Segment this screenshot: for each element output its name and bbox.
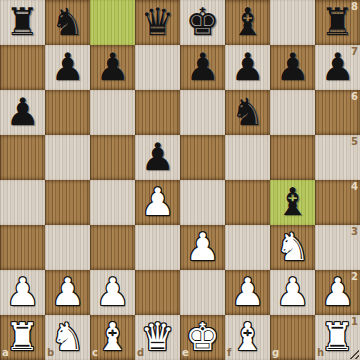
square-a2[interactable]: ♟ [0, 270, 45, 315]
black-queen-d8[interactable]: ♛ [135, 0, 180, 45]
square-c2[interactable]: ♟ [90, 270, 135, 315]
square-h5[interactable]: 5 [315, 135, 360, 180]
square-c8[interactable] [90, 0, 135, 45]
white-pawn-f2[interactable]: ♟ [225, 270, 270, 315]
file-label-f: f [227, 348, 231, 358]
file-label-c: c [92, 348, 98, 358]
white-pawn-e3[interactable]: ♟ [180, 225, 225, 270]
black-bishop-g4[interactable]: ♝ [270, 180, 315, 225]
rank-label-1: 1 [351, 317, 358, 327]
black-pawn-c7[interactable]: ♟ [90, 45, 135, 90]
file-label-g: g [272, 348, 279, 358]
square-a7[interactable] [0, 45, 45, 90]
square-h8[interactable]: ♜8 [315, 0, 360, 45]
file-label-a: a [2, 348, 9, 358]
square-h3[interactable]: 3 [315, 225, 360, 270]
square-f2[interactable]: ♟ [225, 270, 270, 315]
white-pawn-d4[interactable]: ♟ [135, 180, 180, 225]
square-b1[interactable]: ♞b [45, 315, 90, 360]
black-knight-b8[interactable]: ♞ [45, 0, 90, 45]
square-e4[interactable] [180, 180, 225, 225]
black-pawn-a6[interactable]: ♟ [0, 90, 45, 135]
square-g6[interactable] [270, 90, 315, 135]
square-h2[interactable]: ♟2 [315, 270, 360, 315]
square-h7[interactable]: ♟7 [315, 45, 360, 90]
square-d7[interactable] [135, 45, 180, 90]
black-pawn-g7[interactable]: ♟ [270, 45, 315, 90]
square-b6[interactable] [45, 90, 90, 135]
square-c5[interactable] [90, 135, 135, 180]
square-e3[interactable]: ♟ [180, 225, 225, 270]
white-pawn-a2[interactable]: ♟ [0, 270, 45, 315]
white-pawn-b2[interactable]: ♟ [45, 270, 90, 315]
board-resize-handle-icon[interactable] [348, 348, 359, 359]
rank-label-8: 8 [351, 2, 358, 12]
square-f1[interactable]: ♝f [225, 315, 270, 360]
square-f8[interactable]: ♝ [225, 0, 270, 45]
file-label-d: d [137, 348, 144, 358]
square-g8[interactable] [270, 0, 315, 45]
square-a1[interactable]: ♜a [0, 315, 45, 360]
square-e1[interactable]: ♚e [180, 315, 225, 360]
square-g1[interactable]: g [270, 315, 315, 360]
square-d6[interactable] [135, 90, 180, 135]
square-a4[interactable] [0, 180, 45, 225]
square-b3[interactable] [45, 225, 90, 270]
square-a3[interactable] [0, 225, 45, 270]
white-pawn-g2[interactable]: ♟ [270, 270, 315, 315]
square-e2[interactable] [180, 270, 225, 315]
square-d5[interactable]: ♟ [135, 135, 180, 180]
rank-label-6: 6 [351, 92, 358, 102]
square-h6[interactable]: 6 [315, 90, 360, 135]
square-d1[interactable]: ♛d [135, 315, 180, 360]
square-a8[interactable]: ♜ [0, 0, 45, 45]
rank-label-3: 3 [351, 227, 358, 237]
rank-label-2: 2 [351, 272, 358, 282]
black-knight-f6[interactable]: ♞ [225, 90, 270, 135]
square-d3[interactable] [135, 225, 180, 270]
square-g5[interactable] [270, 135, 315, 180]
black-pawn-d5[interactable]: ♟ [135, 135, 180, 180]
square-e8[interactable]: ♚ [180, 0, 225, 45]
square-h4[interactable]: 4 [315, 180, 360, 225]
square-b8[interactable]: ♞ [45, 0, 90, 45]
square-g3[interactable]: ♞ [270, 225, 315, 270]
square-f4[interactable] [225, 180, 270, 225]
square-f3[interactable] [225, 225, 270, 270]
square-d4[interactable]: ♟ [135, 180, 180, 225]
black-rook-a8[interactable]: ♜ [0, 0, 45, 45]
black-king-e8[interactable]: ♚ [180, 0, 225, 45]
square-c7[interactable]: ♟ [90, 45, 135, 90]
rank-label-4: 4 [351, 182, 358, 192]
square-e7[interactable]: ♟ [180, 45, 225, 90]
black-bishop-f8[interactable]: ♝ [225, 0, 270, 45]
file-label-h: h [317, 348, 324, 358]
square-d8[interactable]: ♛ [135, 0, 180, 45]
black-pawn-e7[interactable]: ♟ [180, 45, 225, 90]
file-label-b: b [47, 348, 54, 358]
square-g2[interactable]: ♟ [270, 270, 315, 315]
square-e6[interactable] [180, 90, 225, 135]
white-bishop-f1[interactable]: ♝ [225, 315, 270, 360]
rank-label-5: 5 [351, 137, 358, 147]
chess-board: ♜♞♛♚♝♜8♟♟♟♟♟♟7♟♞6♟5♟♝4♟♞3♟♟♟♟♟♟2♜a♞b♝c♛d… [0, 0, 360, 360]
square-b7[interactable]: ♟ [45, 45, 90, 90]
square-c6[interactable] [90, 90, 135, 135]
square-g4[interactable]: ♝ [270, 180, 315, 225]
black-pawn-f7[interactable]: ♟ [225, 45, 270, 90]
square-a6[interactable]: ♟ [0, 90, 45, 135]
black-pawn-b7[interactable]: ♟ [45, 45, 90, 90]
square-f5[interactable] [225, 135, 270, 180]
square-c3[interactable] [90, 225, 135, 270]
square-d2[interactable] [135, 270, 180, 315]
square-a5[interactable] [0, 135, 45, 180]
file-label-e: e [182, 348, 189, 358]
square-c1[interactable]: ♝c [90, 315, 135, 360]
square-b4[interactable] [45, 180, 90, 225]
square-e5[interactable] [180, 135, 225, 180]
square-g7[interactable]: ♟ [270, 45, 315, 90]
rank-label-7: 7 [351, 47, 358, 57]
square-b5[interactable] [45, 135, 90, 180]
square-b2[interactable]: ♟ [45, 270, 90, 315]
square-f6[interactable]: ♞ [225, 90, 270, 135]
white-pawn-c2[interactable]: ♟ [90, 270, 135, 315]
square-f7[interactable]: ♟ [225, 45, 270, 90]
white-knight-g3[interactable]: ♞ [270, 225, 315, 270]
square-c4[interactable] [90, 180, 135, 225]
